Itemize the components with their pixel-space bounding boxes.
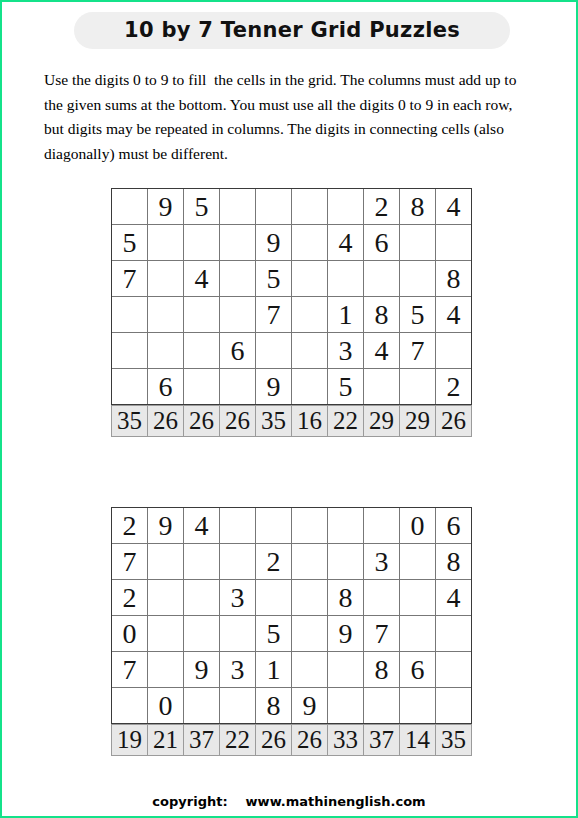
puzzle-2-cell-r6c9[interactable] [400, 688, 435, 723]
puzzle-2-cell-r1c5[interactable] [256, 508, 291, 543]
puzzle-1-cell-r3c3: 4 [184, 261, 219, 296]
puzzle-2-sum-c9: 14 [400, 725, 435, 755]
puzzle-1-cell-r1c3: 5 [184, 189, 219, 224]
instruction-line: but digits may be repeated in columns. T… [44, 117, 549, 142]
puzzle-1-cell-r3c7[interactable] [328, 261, 363, 296]
puzzle-1-cell-r1c7[interactable] [328, 189, 363, 224]
puzzle-2-cell-r5c9: 6 [400, 652, 435, 687]
puzzle-1-cell-r1c5[interactable] [256, 189, 291, 224]
puzzle-2-cell-r5c2[interactable] [148, 652, 183, 687]
puzzle-1-cell-r6c4[interactable] [220, 369, 255, 404]
puzzle-2-cell-r4c5: 5 [256, 616, 291, 651]
copyright-label: copyright: [152, 794, 227, 809]
puzzle-2-cell-r1c7[interactable] [328, 508, 363, 543]
puzzle-2-cell-r2c8: 3 [364, 544, 399, 579]
puzzle-1-grid: 95284594674587185463476952 [111, 188, 472, 405]
puzzle-1-cell-r5c8: 4 [364, 333, 399, 368]
puzzle-2-cell-r3c3[interactable] [184, 580, 219, 615]
puzzle-2-cell-r2c5: 2 [256, 544, 291, 579]
puzzle-1-cell-r4c7: 1 [328, 297, 363, 332]
puzzle-2-cell-r4c6[interactable] [292, 616, 327, 651]
puzzle-1-cell-r2c9[interactable] [400, 225, 435, 260]
puzzle-1-cell-r2c4[interactable] [220, 225, 255, 260]
puzzle-1-cell-r6c1[interactable] [112, 369, 147, 404]
puzzle-2-cell-r3c9[interactable] [400, 580, 435, 615]
puzzle-2-cell-r2c3[interactable] [184, 544, 219, 579]
puzzle-1-cell-r6c6[interactable] [292, 369, 327, 404]
puzzle-1-cell-r4c5: 7 [256, 297, 291, 332]
puzzle-2-cell-r6c1[interactable] [112, 688, 147, 723]
puzzle-2-cell-r1c3: 4 [184, 508, 219, 543]
puzzle-1-cell-r5c6[interactable] [292, 333, 327, 368]
puzzle-1-cell-r4c8: 8 [364, 297, 399, 332]
puzzle-1-cell-r4c10: 4 [436, 297, 471, 332]
puzzle-2-cell-r3c2[interactable] [148, 580, 183, 615]
puzzle-2-cell-r1c6[interactable] [292, 508, 327, 543]
puzzle-1-sum-c4: 26 [220, 406, 255, 436]
puzzle-1-cell-r3c10: 8 [436, 261, 471, 296]
puzzle-2-cell-r6c7[interactable] [328, 688, 363, 723]
puzzle-1-cell-r1c6[interactable] [292, 189, 327, 224]
puzzle-1-cell-r5c10[interactable] [436, 333, 471, 368]
puzzle-1-cell-r4c4[interactable] [220, 297, 255, 332]
puzzle-2-cell-r2c7[interactable] [328, 544, 363, 579]
puzzle-1-cell-r1c9: 8 [400, 189, 435, 224]
puzzle-2-cell-r3c5[interactable] [256, 580, 291, 615]
puzzle-1-sum-c10: 26 [436, 406, 471, 436]
puzzle-1-cell-r1c10: 4 [436, 189, 471, 224]
puzzle-2-cell-r4c4[interactable] [220, 616, 255, 651]
puzzle-1-sum-c3: 26 [184, 406, 219, 436]
puzzle-2-cell-r5c10[interactable] [436, 652, 471, 687]
puzzle-2-cell-r1c10: 6 [436, 508, 471, 543]
puzzle-1-sum-c2: 26 [148, 406, 183, 436]
puzzle-2-sum-c2: 21 [148, 725, 183, 755]
puzzle-2-cell-r6c4[interactable] [220, 688, 255, 723]
puzzle-2-cell-r1c9: 0 [400, 508, 435, 543]
puzzle-1-cell-r5c9: 7 [400, 333, 435, 368]
puzzle-2-sum-c6: 26 [292, 725, 327, 755]
puzzle-2-cell-r3c6[interactable] [292, 580, 327, 615]
puzzle-1-cell-r3c2[interactable] [148, 261, 183, 296]
worksheet-page: 10 by 7 Tenner Grid Puzzles Use the digi… [0, 0, 578, 818]
puzzle-1-cell-r2c1: 5 [112, 225, 147, 260]
puzzle-1-sum-c9: 29 [400, 406, 435, 436]
puzzle-1-cell-r3c5: 5 [256, 261, 291, 296]
instructions: Use the digits 0 to 9 to fill the cells … [44, 68, 549, 166]
puzzle-1-cell-r1c4[interactable] [220, 189, 255, 224]
puzzle-2-cell-r6c5: 8 [256, 688, 291, 723]
puzzle-2-cell-r6c2: 0 [148, 688, 183, 723]
puzzle-2-cell-r2c4[interactable] [220, 544, 255, 579]
instruction-line: diagonally) must be different. [44, 142, 549, 167]
puzzle-2-cell-r4c2[interactable] [148, 616, 183, 651]
instruction-line: the given sums at the bottom. You must u… [44, 93, 549, 118]
puzzle-2-cell-r4c1: 0 [112, 616, 147, 651]
puzzle-1-cell-r6c9[interactable] [400, 369, 435, 404]
puzzle-1-cell-r4c6[interactable] [292, 297, 327, 332]
puzzle-2-cell-r5c3: 9 [184, 652, 219, 687]
puzzle-2-cell-r6c6: 9 [292, 688, 327, 723]
puzzle-1-cell-r5c2[interactable] [148, 333, 183, 368]
puzzle-2-sum-c1: 19 [112, 725, 147, 755]
puzzle-2-cell-r4c7: 9 [328, 616, 363, 651]
puzzle-1-cell-r2c7: 4 [328, 225, 363, 260]
puzzle-1-sum-c8: 29 [364, 406, 399, 436]
puzzle-1-cell-r4c1[interactable] [112, 297, 147, 332]
puzzle-2-cell-r4c3[interactable] [184, 616, 219, 651]
puzzle-2-cell-r2c10: 8 [436, 544, 471, 579]
puzzle-1-cell-r1c8: 2 [364, 189, 399, 224]
puzzle-1-cell-r6c2: 6 [148, 369, 183, 404]
puzzle-1-cell-r2c5: 9 [256, 225, 291, 260]
page-title: 10 by 7 Tenner Grid Puzzles [74, 12, 510, 49]
puzzle-2-cell-r4c8: 7 [364, 616, 399, 651]
puzzle-1-sum-c1: 35 [112, 406, 147, 436]
puzzle-1-cell-r3c1: 7 [112, 261, 147, 296]
puzzle-1-cell-r6c3[interactable] [184, 369, 219, 404]
puzzle-2-cell-r5c1: 7 [112, 652, 147, 687]
puzzle-1-cell-r5c1[interactable] [112, 333, 147, 368]
puzzle-1-sum-c5: 35 [256, 406, 291, 436]
puzzle-2-cell-r6c8[interactable] [364, 688, 399, 723]
puzzle-2-cell-r6c3[interactable] [184, 688, 219, 723]
puzzle-2-cell-r2c2[interactable] [148, 544, 183, 579]
puzzle-1-sum-row: 35262626351622292926 [111, 405, 472, 437]
puzzle-1-cell-r3c9[interactable] [400, 261, 435, 296]
puzzle-2-sum-c8: 37 [364, 725, 399, 755]
puzzle-1-cell-r2c8: 6 [364, 225, 399, 260]
puzzle-2-grid: 29406723823840597793186089 [111, 507, 472, 724]
puzzle-1-sum-c7: 22 [328, 406, 363, 436]
puzzle-2-cell-r3c10: 4 [436, 580, 471, 615]
puzzle-2-cell-r4c10[interactable] [436, 616, 471, 651]
puzzle-2-cell-r3c8[interactable] [364, 580, 399, 615]
puzzle-2-cell-r4c9[interactable] [400, 616, 435, 651]
puzzle-1-cell-r2c2[interactable] [148, 225, 183, 260]
puzzle-2-sum-c10: 35 [436, 725, 471, 755]
puzzle-2-cell-r2c6[interactable] [292, 544, 327, 579]
puzzle-1-cell-r6c8[interactable] [364, 369, 399, 404]
puzzle-1-cell-r5c7: 3 [328, 333, 363, 368]
puzzle-1-cell-r3c6[interactable] [292, 261, 327, 296]
instruction-line: Use the digits 0 to 9 to fill the cells … [44, 68, 549, 93]
puzzle-2-cell-r1c8[interactable] [364, 508, 399, 543]
puzzle-2-cell-r3c7: 8 [328, 580, 363, 615]
puzzle-2-sum-row: 19213722262633371435 [111, 724, 472, 756]
puzzle-2-cell-r1c2: 9 [148, 508, 183, 543]
puzzle-1-cell-r6c10: 2 [436, 369, 471, 404]
puzzle-2-cell-r3c1: 2 [112, 580, 147, 615]
puzzle-2-cell-r1c4[interactable] [220, 508, 255, 543]
puzzle-1-cell-r2c3[interactable] [184, 225, 219, 260]
puzzle-2-cell-r5c6[interactable] [292, 652, 327, 687]
puzzle-1-cell-r3c4[interactable] [220, 261, 255, 296]
puzzle-1-cell-r5c3[interactable] [184, 333, 219, 368]
puzzle-2-cell-r1c1: 2 [112, 508, 147, 543]
puzzle-1: 95284594674587185463476952 3526262635162… [111, 188, 472, 437]
puzzle-1-cell-r2c6[interactable] [292, 225, 327, 260]
puzzle-1-cell-r6c7: 5 [328, 369, 363, 404]
puzzle-2: 29406723823840597793186089 1921372226263… [111, 507, 472, 756]
puzzle-2-cell-r5c8: 8 [364, 652, 399, 687]
puzzle-2-cell-r5c5: 1 [256, 652, 291, 687]
puzzle-2-sum-c3: 37 [184, 725, 219, 755]
puzzle-1-cell-r4c3[interactable] [184, 297, 219, 332]
puzzle-2-cell-r2c1: 7 [112, 544, 147, 579]
puzzle-2-sum-c4: 22 [220, 725, 255, 755]
puzzle-2-cell-r5c7[interactable] [328, 652, 363, 687]
puzzle-1-cell-r5c4: 6 [220, 333, 255, 368]
puzzle-1-cell-r3c8[interactable] [364, 261, 399, 296]
site-link[interactable]: www.mathinenglish.com [246, 794, 426, 809]
puzzle-2-cell-r3c4: 3 [220, 580, 255, 615]
puzzle-1-cell-r5c5[interactable] [256, 333, 291, 368]
puzzle-2-cell-r5c4: 3 [220, 652, 255, 687]
puzzle-1-cell-r1c2: 9 [148, 189, 183, 224]
puzzle-2-sum-c7: 33 [328, 725, 363, 755]
puzzle-1-cell-r6c5: 9 [256, 369, 291, 404]
puzzle-2-sum-c5: 26 [256, 725, 291, 755]
puzzle-1-cell-r4c9: 5 [400, 297, 435, 332]
puzzle-1-sum-c6: 16 [292, 406, 327, 436]
puzzle-2-cell-r6c10[interactable] [436, 688, 471, 723]
footer: copyright:www.mathinenglish.com [2, 794, 576, 809]
puzzle-1-cell-r1c1[interactable] [112, 189, 147, 224]
puzzle-1-cell-r2c10[interactable] [436, 225, 471, 260]
puzzle-1-cell-r4c2[interactable] [148, 297, 183, 332]
puzzle-2-cell-r2c9[interactable] [400, 544, 435, 579]
